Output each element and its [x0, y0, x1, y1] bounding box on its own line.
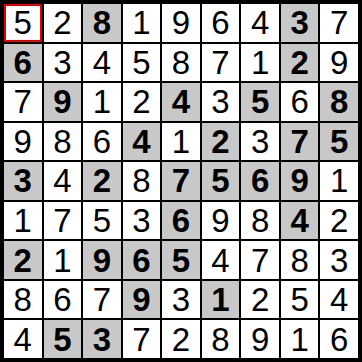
given-digit: 7: [290, 125, 308, 158]
cell-r9c5[interactable]: 2: [162, 320, 200, 358]
cell-r9c2[interactable]: 5: [44, 320, 82, 358]
entered-digit: 4: [53, 164, 71, 197]
cell-r9c4[interactable]: 7: [123, 320, 161, 358]
entered-digit: 2: [330, 204, 348, 237]
given-digit: 9: [93, 244, 111, 277]
cell-r6c2[interactable]: 7: [44, 202, 82, 240]
entered-digit: 4: [14, 323, 32, 356]
entered-digit: 1: [53, 244, 71, 277]
cell-r4c3[interactable]: 6: [83, 123, 121, 161]
cell-r9c1[interactable]: 4: [4, 320, 42, 358]
entered-digit: 2: [53, 6, 71, 39]
cell-r5c3[interactable]: 2: [83, 162, 121, 200]
cell-r3c8[interactable]: 6: [281, 83, 319, 121]
cell-r7c7[interactable]: 7: [241, 241, 279, 279]
given-digit: 6: [172, 204, 190, 237]
cell-r5c2[interactable]: 4: [44, 162, 82, 200]
given-digit: 5: [53, 323, 71, 356]
entered-digit: 5: [132, 46, 150, 79]
cell-r8c8[interactable]: 5: [281, 281, 319, 319]
entered-digit: 3: [172, 283, 190, 316]
given-digit: 2: [93, 164, 111, 197]
entered-digit: 9: [14, 125, 32, 158]
given-digit: 5: [251, 85, 269, 118]
entered-digit: 1: [330, 164, 348, 197]
given-digit: 8: [330, 85, 348, 118]
cell-r1c1[interactable]: 5: [4, 4, 42, 42]
entered-digit: 4: [211, 244, 229, 277]
cell-r1c6[interactable]: 6: [202, 4, 240, 42]
entered-digit: 2: [132, 85, 150, 118]
cell-r4c6[interactable]: 2: [202, 123, 240, 161]
entered-digit: 8: [53, 125, 71, 158]
given-digit: 5: [211, 164, 229, 197]
cell-r5c5[interactable]: 7: [162, 162, 200, 200]
cell-r6c8[interactable]: 4: [281, 202, 319, 240]
cell-r4c8[interactable]: 7: [281, 123, 319, 161]
entered-digit: 3: [211, 85, 229, 118]
entered-digit: 6: [211, 6, 229, 39]
entered-digit: 7: [211, 46, 229, 79]
cell-r8c1[interactable]: 8: [4, 281, 42, 319]
cell-r4c7[interactable]: 3: [241, 123, 279, 161]
entered-digit: 8: [132, 164, 150, 197]
entered-digit: 6: [330, 323, 348, 356]
cell-r7c5[interactable]: 5: [162, 241, 200, 279]
cell-r7c4[interactable]: 6: [123, 241, 161, 279]
cell-r5c4[interactable]: 8: [123, 162, 161, 200]
sudoku-board: 5281964376345871297912435689864123753428…: [0, 0, 362, 362]
cell-r3c7[interactable]: 5: [241, 83, 279, 121]
cell-r5c9[interactable]: 1: [320, 162, 358, 200]
entered-digit: 7: [14, 85, 32, 118]
cell-r6c9[interactable]: 2: [320, 202, 358, 240]
cell-r7c6[interactable]: 4: [202, 241, 240, 279]
cell-r4c1[interactable]: 9: [4, 123, 42, 161]
entered-digit: 7: [93, 283, 111, 316]
cell-r4c9[interactable]: 5: [320, 123, 358, 161]
cell-r7c2[interactable]: 1: [44, 241, 82, 279]
given-digit: 9: [132, 283, 150, 316]
entered-digit: 5: [93, 204, 111, 237]
cell-r6c4[interactable]: 3: [123, 202, 161, 240]
cell-r1c5[interactable]: 9: [162, 4, 200, 42]
cell-r9c8[interactable]: 1: [281, 320, 319, 358]
cell-r7c3[interactable]: 9: [83, 241, 121, 279]
cell-r2c8[interactable]: 2: [281, 44, 319, 82]
entered-digit: 8: [14, 283, 32, 316]
cell-r4c2[interactable]: 8: [44, 123, 82, 161]
cell-r6c3[interactable]: 5: [83, 202, 121, 240]
given-digit: 6: [132, 244, 150, 277]
cell-r7c1[interactable]: 2: [4, 241, 42, 279]
given-digit: 2: [290, 46, 308, 79]
cell-r8c4[interactable]: 9: [123, 281, 161, 319]
cell-r1c9[interactable]: 7: [320, 4, 358, 42]
entered-digit: 6: [53, 283, 71, 316]
entered-digit: 1: [172, 125, 190, 158]
entered-digit: 8: [211, 323, 229, 356]
cell-r1c2[interactable]: 2: [44, 4, 82, 42]
given-digit: 2: [211, 125, 229, 158]
entered-digit: 7: [132, 323, 150, 356]
cell-r4c5[interactable]: 1: [162, 123, 200, 161]
entered-digit: 9: [251, 323, 269, 356]
cell-r6c5[interactable]: 6: [162, 202, 200, 240]
cell-r3c9[interactable]: 8: [320, 83, 358, 121]
cell-r1c4[interactable]: 1: [123, 4, 161, 42]
given-digit: 9: [290, 164, 308, 197]
entered-digit: 4: [93, 46, 111, 79]
cell-r3c4[interactable]: 2: [123, 83, 161, 121]
cell-r2c7[interactable]: 1: [241, 44, 279, 82]
cell-r7c9[interactable]: 3: [320, 241, 358, 279]
cell-r8c2[interactable]: 6: [44, 281, 82, 319]
cell-r9c3[interactable]: 3: [83, 320, 121, 358]
entered-digit: 4: [330, 283, 348, 316]
cell-r3c2[interactable]: 9: [44, 83, 82, 121]
entered-digit: 7: [53, 204, 71, 237]
entered-digit: 4: [251, 6, 269, 39]
entered-digit: 6: [93, 125, 111, 158]
cell-r8c9[interactable]: 4: [320, 281, 358, 319]
given-digit: 3: [93, 323, 111, 356]
cell-r5c8[interactable]: 9: [281, 162, 319, 200]
cell-r8c5[interactable]: 3: [162, 281, 200, 319]
entered-digit: 9: [211, 204, 229, 237]
cell-r5c1[interactable]: 3: [4, 162, 42, 200]
cell-r6c7[interactable]: 8: [241, 202, 279, 240]
cell-r4c4[interactable]: 4: [123, 123, 161, 161]
given-digit: 4: [290, 204, 308, 237]
entered-digit: 7: [330, 6, 348, 39]
entered-digit: 3: [132, 204, 150, 237]
cell-r9c7[interactable]: 9: [241, 320, 279, 358]
entered-digit: 2: [251, 283, 269, 316]
entered-digit: 7: [251, 244, 269, 277]
given-digit: 6: [14, 46, 32, 79]
entered-digit: 2: [172, 323, 190, 356]
cell-r6c6[interactable]: 9: [202, 202, 240, 240]
cell-r3c6[interactable]: 3: [202, 83, 240, 121]
cell-r2c9[interactable]: 9: [320, 44, 358, 82]
entered-digit: 6: [290, 85, 308, 118]
entered-digit: 1: [251, 46, 269, 79]
given-digit: 5: [172, 244, 190, 277]
cell-r9c6[interactable]: 8: [202, 320, 240, 358]
cell-r2c6[interactable]: 7: [202, 44, 240, 82]
cell-r1c3[interactable]: 8: [83, 4, 121, 42]
entered-digit: 8: [172, 46, 190, 79]
cell-r3c5[interactable]: 4: [162, 83, 200, 121]
given-digit: 5: [330, 125, 348, 158]
given-digit: 4: [132, 125, 150, 158]
cell-r8c6[interactable]: 1: [202, 281, 240, 319]
cell-r5c6[interactable]: 5: [202, 162, 240, 200]
cell-r2c3[interactable]: 4: [83, 44, 121, 82]
cell-r6c1[interactable]: 1: [4, 202, 42, 240]
given-digit: 2: [14, 244, 32, 277]
given-digit: 6: [251, 164, 269, 197]
cell-r8c7[interactable]: 2: [241, 281, 279, 319]
entered-digit: 3: [53, 46, 71, 79]
given-digit: 8: [93, 6, 111, 39]
cell-r7c8[interactable]: 8: [281, 241, 319, 279]
entered-digit: 5: [14, 6, 32, 39]
cell-r2c2[interactable]: 3: [44, 44, 82, 82]
entered-digit: 1: [14, 204, 32, 237]
cell-r2c5[interactable]: 8: [162, 44, 200, 82]
entered-digit: 5: [290, 283, 308, 316]
entered-digit: 1: [93, 85, 111, 118]
entered-digit: 3: [330, 244, 348, 277]
cell-r5c7[interactable]: 6: [241, 162, 279, 200]
entered-digit: 9: [330, 46, 348, 79]
entered-digit: 3: [251, 125, 269, 158]
cell-r9c9[interactable]: 6: [320, 320, 358, 358]
cell-r1c8[interactable]: 3: [281, 4, 319, 42]
given-digit: 7: [172, 164, 190, 197]
given-digit: 1: [211, 283, 229, 316]
cell-r3c3[interactable]: 1: [83, 83, 121, 121]
entered-digit: 9: [172, 6, 190, 39]
entered-digit: 8: [290, 244, 308, 277]
entered-digit: 8: [251, 204, 269, 237]
cell-r2c4[interactable]: 5: [123, 44, 161, 82]
entered-digit: 1: [290, 323, 308, 356]
given-digit: 4: [172, 85, 190, 118]
entered-digit: 1: [132, 6, 150, 39]
cell-r2c1[interactable]: 6: [4, 44, 42, 82]
cell-r8c3[interactable]: 7: [83, 281, 121, 319]
given-digit: 9: [53, 85, 71, 118]
cell-r1c7[interactable]: 4: [241, 4, 279, 42]
cell-r3c1[interactable]: 7: [4, 83, 42, 121]
given-digit: 3: [290, 6, 308, 39]
given-digit: 3: [14, 164, 32, 197]
